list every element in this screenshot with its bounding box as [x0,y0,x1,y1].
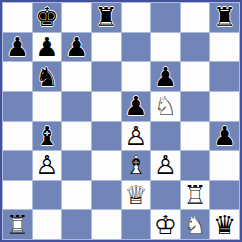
square-e2[interactable]: ♛♕ [122,181,151,210]
square-e4[interactable]: ♟♙ [122,122,151,151]
piece-white-queen[interactable]: ♛♕ [124,182,147,208]
square-f4[interactable] [151,122,180,151]
square-e6[interactable] [122,62,151,91]
square-c4[interactable] [62,122,91,151]
piece-white-rook[interactable]: ♜♖ [6,212,29,238]
square-c6[interactable] [62,62,91,91]
square-h4[interactable]: ♟ [210,122,239,151]
square-h7[interactable] [210,33,239,62]
rook-icon: ♜ [95,4,118,30]
square-a8[interactable] [3,3,32,32]
square-f8[interactable] [151,3,180,32]
piece-white-pawn[interactable]: ♟♙ [35,152,58,178]
square-c5[interactable] [62,92,91,121]
piece-white-bishop[interactable]: ♝♗ [124,152,147,178]
square-f5[interactable]: ♞♘ [151,92,180,121]
rook-icon: ♜ [213,4,236,30]
square-b6[interactable]: ♞ [33,62,62,91]
pawn-icon: ♟ [124,93,147,119]
piece-black-rook[interactable]: ♜ [213,4,236,30]
square-h2[interactable] [210,181,239,210]
king-icon: ♚ [35,4,58,30]
square-h1[interactable]: ♛ [210,210,239,239]
knight-outline-icon: ♘ [154,93,177,119]
pawn-outline-icon: ♙ [154,152,177,178]
square-a7[interactable]: ♟ [3,33,32,62]
square-f7[interactable] [151,33,180,62]
piece-white-knight[interactable]: ♞♘ [183,212,206,238]
square-g3[interactable] [181,151,210,180]
piece-white-king[interactable]: ♚♔ [154,212,177,238]
square-e7[interactable] [122,33,151,62]
square-f6[interactable]: ♟ [151,62,180,91]
square-b1[interactable] [33,210,62,239]
piece-white-pawn[interactable]: ♟♙ [124,123,147,149]
piece-white-knight[interactable]: ♞♘ [154,93,177,119]
square-g4[interactable] [181,122,210,151]
bishop-outline-icon: ♗ [124,152,147,178]
square-g8[interactable] [181,3,210,32]
piece-black-pawn[interactable]: ♟ [6,34,29,60]
square-c8[interactable] [62,3,91,32]
square-c7[interactable]: ♟ [62,33,91,62]
piece-black-knight[interactable]: ♞ [35,64,58,90]
square-b2[interactable] [33,181,62,210]
piece-white-rook[interactable]: ♜♖ [183,182,206,208]
piece-black-pawn[interactable]: ♟ [35,34,58,60]
square-d4[interactable] [92,122,121,151]
pawn-icon: ♟ [65,34,88,60]
square-e5[interactable]: ♟ [122,92,151,121]
square-e3[interactable]: ♝♗ [122,151,151,180]
square-a3[interactable] [3,151,32,180]
queen-icon: ♛ [213,212,236,238]
square-d8[interactable]: ♜ [92,3,121,32]
square-h5[interactable] [210,92,239,121]
square-c3[interactable] [62,151,91,180]
square-d7[interactable] [92,33,121,62]
piece-black-pawn[interactable]: ♟ [154,64,177,90]
piece-black-pawn[interactable]: ♟ [124,93,147,119]
square-b4[interactable]: ♝ [33,122,62,151]
square-f3[interactable]: ♟♙ [151,151,180,180]
square-h6[interactable] [210,62,239,91]
square-g1[interactable]: ♞♘ [181,210,210,239]
square-a6[interactable] [3,62,32,91]
square-e1[interactable] [122,210,151,239]
square-h8[interactable]: ♜ [210,3,239,32]
square-d6[interactable] [92,62,121,91]
piece-white-pawn[interactable]: ♟♙ [154,152,177,178]
square-g7[interactable] [181,33,210,62]
square-c2[interactable] [62,181,91,210]
rook-outline-icon: ♖ [6,212,29,238]
pawn-icon: ♟ [154,64,177,90]
piece-black-king[interactable]: ♚ [35,4,58,30]
pawn-icon: ♟ [6,34,29,60]
pawn-outline-icon: ♙ [35,152,58,178]
square-d3[interactable] [92,151,121,180]
square-e8[interactable] [122,3,151,32]
rook-outline-icon: ♖ [183,182,206,208]
pawn-outline-icon: ♙ [124,123,147,149]
knight-icon: ♞ [35,64,58,90]
square-g2[interactable]: ♜♖ [181,181,210,210]
square-d5[interactable] [92,92,121,121]
square-d2[interactable] [92,181,121,210]
piece-black-queen[interactable]: ♛ [213,212,236,238]
piece-black-bishop[interactable]: ♝ [35,123,58,149]
piece-black-pawn[interactable]: ♟ [65,34,88,60]
pawn-icon: ♟ [35,34,58,60]
square-a2[interactable] [3,181,32,210]
square-b3[interactable]: ♟♙ [33,151,62,180]
square-b7[interactable]: ♟ [33,33,62,62]
square-g6[interactable] [181,62,210,91]
square-a1[interactable]: ♜♖ [3,210,32,239]
square-f1[interactable]: ♚♔ [151,210,180,239]
square-a4[interactable] [3,122,32,151]
piece-black-pawn[interactable]: ♟ [213,123,236,149]
square-a5[interactable] [3,92,32,121]
square-c1[interactable] [62,210,91,239]
square-g5[interactable] [181,92,210,121]
bishop-icon: ♝ [35,123,58,149]
square-f2[interactable] [151,181,180,210]
square-b8[interactable]: ♚ [33,3,62,32]
king-outline-icon: ♔ [154,212,177,238]
knight-outline-icon: ♘ [183,212,206,238]
piece-black-rook[interactable]: ♜ [95,4,118,30]
pawn-icon: ♟ [213,123,236,149]
square-b5[interactable] [33,92,62,121]
square-d1[interactable] [92,210,121,239]
chess-board: ♚♜♜♟♟♟♞♟♟♞♘♝♟♙♟♟♙♝♗♟♙♛♕♜♖♜♖♚♔♞♘♛ [0,0,242,242]
square-h3[interactable] [210,151,239,180]
queen-outline-icon: ♕ [124,182,147,208]
